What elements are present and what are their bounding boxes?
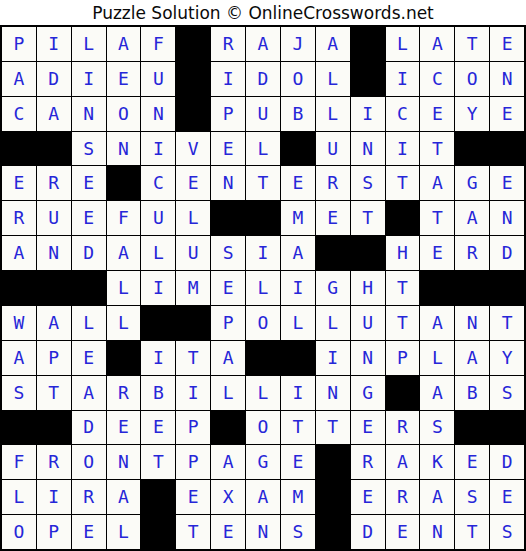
block-cell	[246, 341, 280, 375]
letter-cell: G	[455, 166, 489, 200]
letter-cell: E	[176, 166, 210, 200]
letter-cell: I	[281, 376, 315, 410]
letter-cell: L	[386, 27, 420, 61]
letter-cell: I	[141, 132, 175, 166]
letter-cell: G	[351, 376, 385, 410]
block-cell	[211, 411, 245, 445]
letter-cell: M	[281, 201, 315, 235]
letter-cell: E	[386, 515, 420, 549]
letter-cell: S	[420, 411, 454, 445]
letter-cell: L	[246, 376, 280, 410]
letter-cell: T	[490, 306, 524, 340]
letter-cell: O	[455, 62, 489, 96]
letter-cell: Y	[490, 341, 524, 375]
block-cell	[420, 271, 454, 305]
letter-cell: H	[386, 236, 420, 270]
letter-cell: U	[141, 62, 175, 96]
block-cell	[141, 515, 175, 549]
letter-cell: Y	[455, 97, 489, 131]
letter-cell: P	[2, 27, 36, 61]
letter-cell: L	[246, 271, 280, 305]
letter-cell: T	[455, 27, 489, 61]
letter-cell: I	[386, 132, 420, 166]
letter-cell: S	[281, 515, 315, 549]
letter-cell: O	[2, 515, 36, 549]
letter-cell: S	[490, 376, 524, 410]
block-cell	[455, 271, 489, 305]
block-cell	[316, 236, 350, 270]
letter-cell: P	[386, 341, 420, 375]
letter-cell: D	[351, 515, 385, 549]
letter-cell: T	[420, 201, 454, 235]
letter-cell: A	[2, 341, 36, 375]
letter-cell: E	[141, 411, 175, 445]
letter-cell: E	[176, 480, 210, 514]
letter-cell: L	[72, 27, 106, 61]
letter-cell: A	[420, 306, 454, 340]
letter-cell: N	[490, 62, 524, 96]
block-cell	[281, 341, 315, 375]
letter-cell: S	[72, 132, 106, 166]
letter-cell: L	[72, 306, 106, 340]
letter-cell: E	[281, 166, 315, 200]
block-cell	[37, 271, 71, 305]
letter-cell: N	[107, 445, 141, 479]
letter-cell: K	[420, 445, 454, 479]
letter-cell: P	[211, 97, 245, 131]
letter-cell: N	[351, 132, 385, 166]
letter-cell: A	[420, 27, 454, 61]
letter-cell: I	[141, 341, 175, 375]
block-cell	[316, 515, 350, 549]
letter-cell: O	[72, 445, 106, 479]
block-cell	[176, 306, 210, 340]
letter-cell: E	[211, 515, 245, 549]
letter-cell: D	[246, 62, 280, 96]
block-cell	[490, 271, 524, 305]
letter-cell: A	[107, 27, 141, 61]
letter-cell: A	[420, 480, 454, 514]
letter-cell: R	[316, 166, 350, 200]
letter-cell: N	[72, 97, 106, 131]
letter-cell: T	[386, 271, 420, 305]
letter-cell: E	[351, 480, 385, 514]
letter-cell: A	[37, 97, 71, 131]
block-cell	[2, 132, 36, 166]
block-cell	[37, 411, 71, 445]
block-cell	[386, 376, 420, 410]
block-cell	[281, 132, 315, 166]
letter-cell: I	[316, 341, 350, 375]
letter-cell: L	[107, 271, 141, 305]
letter-cell: L	[316, 62, 350, 96]
letter-cell: I	[281, 271, 315, 305]
letter-cell: E	[211, 271, 245, 305]
letter-cell: B	[281, 97, 315, 131]
letter-cell: M	[281, 480, 315, 514]
letter-cell: T	[176, 341, 210, 375]
letter-cell: H	[351, 271, 385, 305]
block-cell	[72, 271, 106, 305]
letter-cell: N	[316, 376, 350, 410]
letter-cell: E	[490, 27, 524, 61]
letter-cell: R	[386, 411, 420, 445]
letter-cell: J	[281, 27, 315, 61]
letter-cell: N	[351, 341, 385, 375]
letter-cell: N	[107, 132, 141, 166]
letter-cell: L	[107, 306, 141, 340]
letter-cell: L	[141, 236, 175, 270]
letter-cell: V	[176, 132, 210, 166]
letter-cell: T	[316, 411, 350, 445]
crossword-grid: PILAFRAJALATEADIEUIDOLICONCANONPUBLICEYE…	[0, 25, 526, 551]
letter-cell: P	[37, 515, 71, 549]
block-cell	[351, 27, 385, 61]
letter-cell: O	[246, 411, 280, 445]
letter-cell: L	[2, 480, 36, 514]
letter-cell: D	[72, 411, 106, 445]
letter-cell: S	[2, 376, 36, 410]
letter-cell: F	[141, 27, 175, 61]
letter-cell: U	[351, 306, 385, 340]
letter-cell: E	[72, 166, 106, 200]
letter-cell: P	[37, 341, 71, 375]
block-cell	[2, 271, 36, 305]
letter-cell: A	[281, 236, 315, 270]
letter-cell: A	[107, 236, 141, 270]
block-cell	[176, 27, 210, 61]
letter-cell: E	[72, 201, 106, 235]
letter-cell: A	[246, 480, 280, 514]
letter-cell: E	[107, 62, 141, 96]
letter-cell: E	[2, 166, 36, 200]
letter-cell: T	[386, 166, 420, 200]
letter-cell: U	[176, 236, 210, 270]
letter-cell: E	[107, 411, 141, 445]
letter-cell: E	[490, 166, 524, 200]
letter-cell: N	[37, 236, 71, 270]
letter-cell: E	[420, 236, 454, 270]
letter-cell: I	[141, 271, 175, 305]
letter-cell: R	[455, 236, 489, 270]
letter-cell: N	[490, 201, 524, 235]
letter-cell: S	[351, 166, 385, 200]
letter-cell: M	[176, 271, 210, 305]
block-cell	[176, 62, 210, 96]
letter-cell: D	[72, 236, 106, 270]
letter-cell: L	[316, 306, 350, 340]
letter-cell: N	[246, 515, 280, 549]
letter-cell: U	[141, 201, 175, 235]
letter-cell: A	[211, 341, 245, 375]
letter-cell: L	[281, 306, 315, 340]
letter-cell: A	[2, 236, 36, 270]
block-cell	[107, 341, 141, 375]
letter-cell: I	[386, 62, 420, 96]
letter-cell: W	[2, 306, 36, 340]
letter-cell: C	[386, 97, 420, 131]
block-cell	[490, 411, 524, 445]
letter-cell: R	[351, 445, 385, 479]
letter-cell: P	[176, 445, 210, 479]
block-cell	[141, 480, 175, 514]
block-cell	[107, 166, 141, 200]
letter-cell: L	[211, 376, 245, 410]
letter-cell: R	[107, 376, 141, 410]
letter-cell: U	[246, 97, 280, 131]
letter-cell: G	[246, 445, 280, 479]
letter-cell: E	[316, 201, 350, 235]
block-cell	[316, 445, 350, 479]
letter-cell: B	[455, 376, 489, 410]
block-cell	[141, 306, 175, 340]
letter-cell: A	[246, 27, 280, 61]
letter-cell: E	[351, 411, 385, 445]
letter-cell: T	[351, 201, 385, 235]
block-cell	[455, 132, 489, 166]
letter-cell: I	[351, 97, 385, 131]
letter-cell: L	[246, 132, 280, 166]
block-cell	[316, 480, 350, 514]
letter-cell: T	[246, 166, 280, 200]
letter-cell: I	[246, 236, 280, 270]
letter-cell: U	[37, 201, 71, 235]
letter-cell: A	[420, 376, 454, 410]
letter-cell: D	[490, 236, 524, 270]
letter-cell: L	[107, 515, 141, 549]
letter-cell: R	[72, 480, 106, 514]
letter-cell: T	[37, 376, 71, 410]
block-cell	[211, 201, 245, 235]
letter-cell: T	[455, 515, 489, 549]
letter-cell: E	[211, 132, 245, 166]
letter-cell: R	[386, 480, 420, 514]
letter-cell: N	[455, 306, 489, 340]
letter-cell: R	[211, 27, 245, 61]
letter-cell: E	[72, 515, 106, 549]
letter-cell: R	[37, 445, 71, 479]
block-cell	[176, 97, 210, 131]
letter-cell: O	[281, 62, 315, 96]
puzzle-solution-page: Puzzle Solution © OnlineCrosswords.net P…	[0, 0, 526, 551]
letter-cell: T	[176, 515, 210, 549]
letter-cell: R	[37, 166, 71, 200]
letter-cell: E	[455, 445, 489, 479]
letter-cell: P	[176, 411, 210, 445]
letter-cell: C	[420, 62, 454, 96]
letter-cell: P	[211, 306, 245, 340]
letter-cell: O	[246, 306, 280, 340]
letter-cell: I	[176, 376, 210, 410]
letter-cell: T	[141, 445, 175, 479]
letter-cell: C	[2, 97, 36, 131]
letter-cell: T	[420, 132, 454, 166]
letter-cell: G	[316, 271, 350, 305]
block-cell	[386, 201, 420, 235]
letter-cell: B	[141, 376, 175, 410]
letter-cell: L	[420, 341, 454, 375]
letter-cell: T	[386, 306, 420, 340]
letter-cell: E	[72, 341, 106, 375]
letter-cell: A	[420, 166, 454, 200]
letter-cell: S	[490, 515, 524, 549]
letter-cell: O	[107, 97, 141, 131]
block-cell	[246, 201, 280, 235]
letter-cell: R	[2, 201, 36, 235]
letter-cell: S	[211, 236, 245, 270]
letter-cell: A	[455, 341, 489, 375]
letter-cell: E	[420, 97, 454, 131]
letter-cell: L	[176, 201, 210, 235]
letter-cell: A	[107, 480, 141, 514]
letter-cell: N	[141, 97, 175, 131]
letter-cell: U	[316, 132, 350, 166]
letter-cell: A	[72, 376, 106, 410]
letter-cell: N	[211, 166, 245, 200]
block-cell	[351, 236, 385, 270]
letter-cell: E	[281, 445, 315, 479]
block-cell	[351, 62, 385, 96]
block-cell	[2, 411, 36, 445]
letter-cell: F	[107, 201, 141, 235]
letter-cell: N	[420, 515, 454, 549]
letter-cell: I	[211, 62, 245, 96]
letter-cell: A	[2, 62, 36, 96]
letter-cell: E	[490, 97, 524, 131]
letter-cell: C	[141, 166, 175, 200]
letter-cell: A	[316, 27, 350, 61]
block-cell	[37, 132, 71, 166]
letter-cell: A	[211, 445, 245, 479]
letter-cell: S	[455, 480, 489, 514]
letter-cell: A	[386, 445, 420, 479]
letter-cell: E	[490, 480, 524, 514]
letter-cell: I	[72, 62, 106, 96]
letter-cell: X	[211, 480, 245, 514]
page-title: Puzzle Solution © OnlineCrosswords.net	[0, 0, 526, 25]
letter-cell: F	[2, 445, 36, 479]
letter-cell: D	[37, 62, 71, 96]
letter-cell: L	[316, 97, 350, 131]
letter-cell: D	[490, 445, 524, 479]
letter-cell: T	[281, 411, 315, 445]
letter-cell: I	[37, 27, 71, 61]
block-cell	[490, 132, 524, 166]
letter-cell: A	[37, 306, 71, 340]
letter-cell: A	[455, 201, 489, 235]
letter-cell: I	[37, 480, 71, 514]
block-cell	[455, 411, 489, 445]
